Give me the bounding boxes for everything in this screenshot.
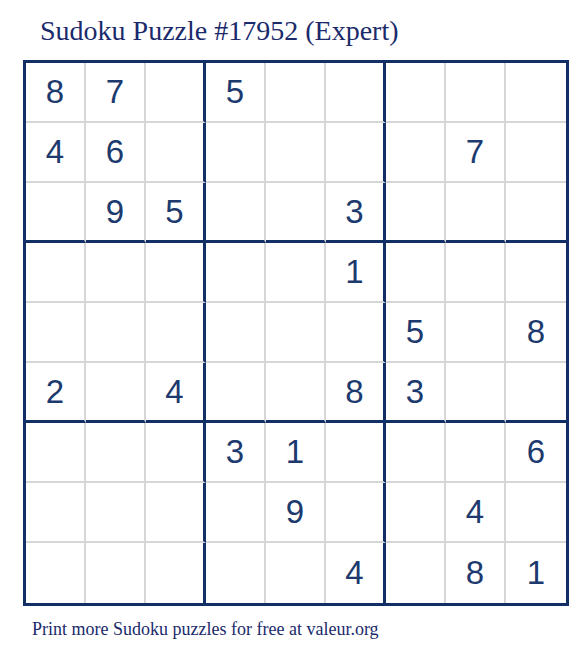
sudoku-cell-r6c7[interactable]: 3: [386, 363, 446, 423]
sudoku-cell-r8c3[interactable]: [146, 483, 206, 543]
sudoku-cell-r6c5[interactable]: [266, 363, 326, 423]
sudoku-cell-r5c5[interactable]: [266, 303, 326, 363]
sudoku-cell-r4c9[interactable]: [506, 243, 566, 303]
sudoku-cell-r4c8[interactable]: [446, 243, 506, 303]
sudoku-cell-r1c7[interactable]: [386, 63, 446, 123]
sudoku-cell-r8c4[interactable]: [206, 483, 266, 543]
sudoku-cell-r3c4[interactable]: [206, 183, 266, 243]
sudoku-cell-r7c4[interactable]: 3: [206, 423, 266, 483]
sudoku-cell-r8c8[interactable]: 4: [446, 483, 506, 543]
sudoku-cell-r8c9[interactable]: [506, 483, 566, 543]
sudoku-cell-r5c4[interactable]: [206, 303, 266, 363]
sudoku-cell-r1c9[interactable]: [506, 63, 566, 123]
sudoku-cell-r6c6[interactable]: 8: [326, 363, 386, 423]
page-title: Sudoku Puzzle #17952 (Expert): [40, 15, 580, 47]
sudoku-cell-r7c7[interactable]: [386, 423, 446, 483]
sudoku-cell-r2c3[interactable]: [146, 123, 206, 183]
sudoku-cell-r4c4[interactable]: [206, 243, 266, 303]
sudoku-cell-r5c2[interactable]: [86, 303, 146, 363]
sudoku-cell-r1c3[interactable]: [146, 63, 206, 123]
sudoku-cell-r3c2[interactable]: 9: [86, 183, 146, 243]
sudoku-cell-r4c5[interactable]: [266, 243, 326, 303]
sudoku-cell-r1c8[interactable]: [446, 63, 506, 123]
sudoku-cell-r6c1[interactable]: 2: [26, 363, 86, 423]
sudoku-cell-r5c8[interactable]: [446, 303, 506, 363]
sudoku-cell-r9c4[interactable]: [206, 543, 266, 603]
sudoku-cell-r1c5[interactable]: [266, 63, 326, 123]
footer-text: Print more Sudoku puzzles for free at va…: [32, 619, 580, 640]
sudoku-cell-r6c4[interactable]: [206, 363, 266, 423]
sudoku-cell-r9c8[interactable]: 8: [446, 543, 506, 603]
sudoku-cell-r8c5[interactable]: 9: [266, 483, 326, 543]
sudoku-cell-r9c2[interactable]: [86, 543, 146, 603]
sudoku-cell-r8c7[interactable]: [386, 483, 446, 543]
sudoku-cell-r5c7[interactable]: 5: [386, 303, 446, 363]
sudoku-cell-r2c4[interactable]: [206, 123, 266, 183]
sudoku-cell-r4c3[interactable]: [146, 243, 206, 303]
sudoku-cell-r3c1[interactable]: [26, 183, 86, 243]
sudoku-cell-r5c3[interactable]: [146, 303, 206, 363]
sudoku-cell-r2c6[interactable]: [326, 123, 386, 183]
sudoku-cell-r3c8[interactable]: [446, 183, 506, 243]
sudoku-cell-r9c1[interactable]: [26, 543, 86, 603]
sudoku-cell-r8c6[interactable]: [326, 483, 386, 543]
sudoku-cell-r4c6[interactable]: 1: [326, 243, 386, 303]
sudoku-cell-r1c6[interactable]: [326, 63, 386, 123]
sudoku-cell-r3c5[interactable]: [266, 183, 326, 243]
sudoku-cell-r7c6[interactable]: [326, 423, 386, 483]
sudoku-cell-r9c6[interactable]: 4: [326, 543, 386, 603]
sudoku-cell-r2c5[interactable]: [266, 123, 326, 183]
sudoku-cell-r4c2[interactable]: [86, 243, 146, 303]
sudoku-cell-r5c9[interactable]: 8: [506, 303, 566, 363]
sudoku-cell-r9c3[interactable]: [146, 543, 206, 603]
sudoku-cell-r3c7[interactable]: [386, 183, 446, 243]
sudoku-cell-r6c8[interactable]: [446, 363, 506, 423]
sudoku-cell-r3c3[interactable]: 5: [146, 183, 206, 243]
sudoku-cell-r5c1[interactable]: [26, 303, 86, 363]
sudoku-cell-r1c1[interactable]: 8: [26, 63, 86, 123]
sudoku-cell-r3c6[interactable]: 3: [326, 183, 386, 243]
sudoku-cell-r7c1[interactable]: [26, 423, 86, 483]
sudoku-cell-r5c6[interactable]: [326, 303, 386, 363]
sudoku-cell-r6c2[interactable]: [86, 363, 146, 423]
sudoku-cell-r7c8[interactable]: [446, 423, 506, 483]
sudoku-cell-r1c2[interactable]: 7: [86, 63, 146, 123]
sudoku-cell-r2c1[interactable]: 4: [26, 123, 86, 183]
sudoku-cell-r7c3[interactable]: [146, 423, 206, 483]
sudoku-cell-r6c9[interactable]: [506, 363, 566, 423]
sudoku-cell-r4c7[interactable]: [386, 243, 446, 303]
sudoku-cell-r8c2[interactable]: [86, 483, 146, 543]
sudoku-cell-r7c2[interactable]: [86, 423, 146, 483]
sudoku-cell-r9c9[interactable]: 1: [506, 543, 566, 603]
sudoku-cell-r1c4[interactable]: 5: [206, 63, 266, 123]
sudoku-page: Sudoku Puzzle #17952 (Expert) 8754679531…: [0, 15, 580, 640]
sudoku-cell-r2c9[interactable]: [506, 123, 566, 183]
sudoku-cell-r6c3[interactable]: 4: [146, 363, 206, 423]
sudoku-cell-r7c5[interactable]: 1: [266, 423, 326, 483]
sudoku-cell-r2c2[interactable]: 6: [86, 123, 146, 183]
sudoku-cell-r9c5[interactable]: [266, 543, 326, 603]
sudoku-cell-r8c1[interactable]: [26, 483, 86, 543]
sudoku-cell-r3c9[interactable]: [506, 183, 566, 243]
sudoku-cell-r9c7[interactable]: [386, 543, 446, 603]
sudoku-cell-r2c8[interactable]: 7: [446, 123, 506, 183]
sudoku-cell-r2c7[interactable]: [386, 123, 446, 183]
sudoku-cell-r7c9[interactable]: 6: [506, 423, 566, 483]
sudoku-cell-r4c1[interactable]: [26, 243, 86, 303]
sudoku-board: 875467953158248331694481: [23, 60, 569, 606]
